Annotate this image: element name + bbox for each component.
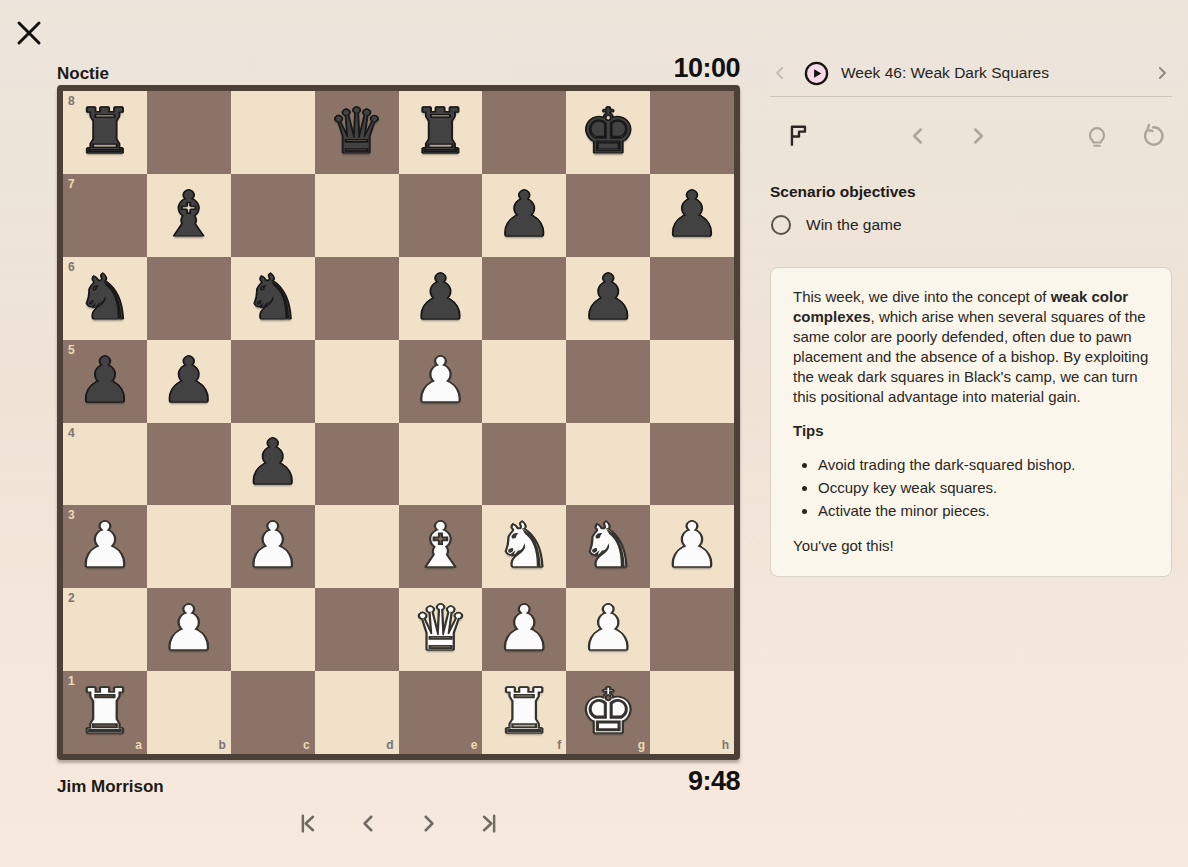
square-f3[interactable]: ♞ — [482, 505, 566, 588]
objective-radio[interactable] — [771, 215, 791, 235]
black-knight-a6[interactable]: ♞ — [77, 266, 133, 329]
square-e4[interactable] — [399, 423, 483, 506]
previous-scenario-button[interactable] — [770, 63, 790, 83]
square-e1[interactable]: e — [399, 671, 483, 754]
play-scenario-button[interactable] — [804, 61, 829, 86]
square-f8[interactable] — [482, 91, 566, 174]
square-a6[interactable]: 6♞ — [63, 257, 147, 340]
move-forward-button[interactable] — [965, 123, 991, 149]
opponent-clock: 10:00 — [673, 53, 740, 84]
file-label: c — [303, 738, 310, 752]
white-pawn-g2[interactable]: ♟ — [580, 597, 636, 660]
black-pawn-e6[interactable]: ♟ — [412, 266, 468, 329]
white-knight-f3[interactable]: ♞ — [496, 514, 552, 577]
tip-item: Activate the minor pieces. — [818, 501, 1149, 521]
chess-board: 8♜♛♜♚7♝♟♟6♞♞♟♟5♟♟♟4♟3♟♟♝♞♞♟2♟♛♟♟1a♜bcdef… — [57, 85, 740, 760]
white-knight-g3[interactable]: ♞ — [580, 514, 636, 577]
square-g1[interactable]: g♚ — [566, 671, 650, 754]
move-navigation — [57, 810, 740, 837]
flag-icon — [786, 123, 812, 149]
square-d5[interactable] — [315, 340, 399, 423]
chevron-right-icon — [415, 810, 442, 837]
last-move-button[interactable] — [475, 810, 502, 837]
first-move-button[interactable] — [295, 810, 322, 837]
next-move-button[interactable] — [415, 810, 442, 837]
rank-label: 5 — [68, 343, 75, 357]
square-d4[interactable] — [315, 423, 399, 506]
file-label: g — [638, 738, 645, 752]
square-a3[interactable]: 3♟ — [63, 505, 147, 588]
square-c3[interactable]: ♟ — [231, 505, 315, 588]
opponent-name: Noctie — [57, 64, 109, 84]
black-bishop-b7[interactable]: ♝ — [161, 183, 217, 246]
file-label: f — [557, 738, 561, 752]
sidebar-toolbar — [770, 116, 1172, 156]
lesson-intro: This week, we dive into the concept of w… — [793, 287, 1149, 407]
lesson-closing: You've got this! — [793, 536, 1149, 556]
black-queen-d8[interactable]: ♛ — [328, 100, 384, 163]
restart-icon — [1140, 123, 1166, 149]
square-g8[interactable]: ♚ — [566, 91, 650, 174]
black-rook-e8[interactable]: ♜ — [412, 100, 468, 163]
square-e5[interactable]: ♟ — [399, 340, 483, 423]
objectives-heading: Scenario objectives — [770, 183, 916, 201]
file-label: b — [218, 738, 225, 752]
restart-button[interactable] — [1140, 123, 1166, 149]
hint-button[interactable] — [1084, 123, 1110, 149]
chevron-left-icon — [770, 63, 790, 83]
square-d8[interactable]: ♛ — [315, 91, 399, 174]
objective-item: Win the game — [770, 215, 902, 235]
square-f6[interactable] — [482, 257, 566, 340]
square-a1[interactable]: 1a♜ — [63, 671, 147, 754]
square-e3[interactable]: ♝ — [399, 505, 483, 588]
white-rook-f1[interactable]: ♜ — [496, 680, 552, 743]
rank-label: 7 — [68, 177, 75, 191]
black-rook-a8[interactable]: ♜ — [77, 100, 133, 163]
square-f2[interactable]: ♟ — [482, 588, 566, 671]
square-g3[interactable]: ♞ — [566, 505, 650, 588]
square-b7[interactable]: ♝ — [147, 174, 231, 257]
square-c1[interactable]: c — [231, 671, 315, 754]
square-e7[interactable] — [399, 174, 483, 257]
square-d7[interactable] — [315, 174, 399, 257]
square-d6[interactable] — [315, 257, 399, 340]
skip-to-start-icon — [295, 810, 322, 837]
square-b3[interactable] — [147, 505, 231, 588]
square-c4[interactable]: ♟ — [231, 423, 315, 506]
square-c8[interactable] — [231, 91, 315, 174]
rank-label: 6 — [68, 260, 75, 274]
scenario-header: Week 46: Weak Dark Squares — [770, 54, 1172, 92]
play-circle-icon — [804, 61, 829, 86]
square-a7[interactable]: 7 — [63, 174, 147, 257]
file-label: e — [471, 738, 478, 752]
next-scenario-button[interactable] — [1152, 63, 1172, 83]
sidebar-divider — [770, 96, 1172, 97]
lesson-card: This week, we dive into the concept of w… — [770, 267, 1172, 577]
square-e8[interactable]: ♜ — [399, 91, 483, 174]
white-pawn-b2[interactable]: ♟ — [161, 597, 217, 660]
black-pawn-g6[interactable]: ♟ — [580, 266, 636, 329]
lightbulb-icon — [1084, 123, 1110, 149]
rank-label: 1 — [68, 674, 75, 688]
rank-label: 3 — [68, 508, 75, 522]
square-b2[interactable]: ♟ — [147, 588, 231, 671]
square-h2[interactable] — [650, 588, 734, 671]
square-g4[interactable] — [566, 423, 650, 506]
square-a8[interactable]: 8♜ — [63, 91, 147, 174]
square-h3[interactable]: ♟ — [650, 505, 734, 588]
file-label: d — [386, 738, 393, 752]
square-h4[interactable] — [650, 423, 734, 506]
square-h8[interactable] — [650, 91, 734, 174]
chevron-left-icon — [355, 810, 382, 837]
square-d2[interactable] — [315, 588, 399, 671]
square-g2[interactable]: ♟ — [566, 588, 650, 671]
square-g7[interactable] — [566, 174, 650, 257]
square-f7[interactable]: ♟ — [482, 174, 566, 257]
tip-item: Occupy key weak squares. — [818, 478, 1149, 498]
square-a5[interactable]: 5♟ — [63, 340, 147, 423]
close-button[interactable] — [14, 18, 44, 48]
square-g6[interactable]: ♟ — [566, 257, 650, 340]
square-a4[interactable]: 4 — [63, 423, 147, 506]
rank-label: 8 — [68, 94, 75, 108]
move-back-button[interactable] — [905, 123, 931, 149]
white-rook-a1[interactable]: ♜ — [77, 680, 133, 743]
tip-item: Avoid trading the dark-squared bishop. — [818, 455, 1149, 475]
scenario-title: Week 46: Weak Dark Squares — [841, 64, 1049, 82]
file-label: h — [722, 738, 729, 752]
square-d3[interactable] — [315, 505, 399, 588]
square-b6[interactable] — [147, 257, 231, 340]
square-b1[interactable]: b — [147, 671, 231, 754]
white-pawn-a3[interactable]: ♟ — [77, 514, 133, 577]
square-e6[interactable]: ♟ — [399, 257, 483, 340]
user-name: Jim Morrison — [57, 777, 164, 797]
black-knight-c6[interactable]: ♞ — [244, 266, 300, 329]
white-pawn-c3[interactable]: ♟ — [244, 514, 300, 577]
white-bishop-e3[interactable]: ♝ — [412, 514, 468, 577]
square-f5[interactable] — [482, 340, 566, 423]
chevron-left-icon — [905, 123, 931, 149]
previous-move-button[interactable] — [355, 810, 382, 837]
chevron-right-icon — [965, 123, 991, 149]
rank-label: 4 — [68, 426, 75, 440]
square-a2[interactable]: 2 — [63, 588, 147, 671]
chevron-right-icon — [1152, 63, 1172, 83]
square-h6[interactable] — [650, 257, 734, 340]
black-pawn-a5[interactable]: ♟ — [77, 349, 133, 412]
close-icon — [14, 18, 44, 48]
square-g5[interactable] — [566, 340, 650, 423]
skip-to-end-icon — [475, 810, 502, 837]
black-pawn-h7[interactable]: ♟ — [664, 183, 720, 246]
resign-flag-button[interactable] — [786, 123, 812, 149]
square-f4[interactable] — [482, 423, 566, 506]
square-d1[interactable]: d — [315, 671, 399, 754]
tips-list: Avoid trading the dark-squared bishop. O… — [793, 455, 1149, 521]
square-h5[interactable] — [650, 340, 734, 423]
square-c5[interactable] — [231, 340, 315, 423]
square-b4[interactable] — [147, 423, 231, 506]
black-pawn-f7[interactable]: ♟ — [496, 183, 552, 246]
square-h1[interactable]: h — [650, 671, 734, 754]
black-pawn-c4[interactable]: ♟ — [244, 431, 300, 494]
objective-label: Win the game — [806, 216, 902, 234]
white-pawn-e5[interactable]: ♟ — [412, 349, 468, 412]
square-c2[interactable] — [231, 588, 315, 671]
black-pawn-b5[interactable]: ♟ — [161, 349, 217, 412]
white-queen-e2[interactable]: ♛ — [412, 597, 468, 660]
white-pawn-h3[interactable]: ♟ — [664, 514, 720, 577]
user-clock: 9:48 — [688, 766, 740, 797]
rank-label: 2 — [68, 591, 75, 605]
square-c6[interactable]: ♞ — [231, 257, 315, 340]
black-king-g8[interactable]: ♚ — [580, 100, 636, 163]
square-b5[interactable]: ♟ — [147, 340, 231, 423]
square-e2[interactable]: ♛ — [399, 588, 483, 671]
square-c7[interactable] — [231, 174, 315, 257]
file-label: a — [135, 738, 142, 752]
square-b8[interactable] — [147, 91, 231, 174]
white-pawn-f2[interactable]: ♟ — [496, 597, 552, 660]
white-king-g1[interactable]: ♚ — [580, 680, 636, 743]
square-f1[interactable]: f♜ — [482, 671, 566, 754]
square-h7[interactable]: ♟ — [650, 174, 734, 257]
tips-heading: Tips — [793, 421, 1149, 441]
